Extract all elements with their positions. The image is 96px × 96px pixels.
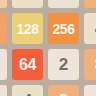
tile-8: 8 [48,85,79,96]
tile-2: 2 [84,85,96,96]
tile-clipped-unknown [0,0,7,8]
tile-256: 256 [48,13,79,44]
tile-4: 4 [12,85,43,96]
board-grid[interactable]: 161282564464282482 [0,0,96,96]
tile-16: 16 [0,13,7,44]
tile-4: 4 [0,49,7,80]
tile-clipped-unknown [12,0,43,8]
game-viewport: 161282564464282482 [0,0,96,96]
tile-128: 128 [12,13,43,44]
tile-4: 4 [84,13,96,44]
tile-clipped-unknown [84,0,96,8]
tile-clipped-unknown [48,0,79,8]
tile-64: 64 [12,49,43,80]
tile-2: 2 [0,85,7,96]
tile-8: 8 [84,49,96,80]
tile-2: 2 [48,49,79,80]
